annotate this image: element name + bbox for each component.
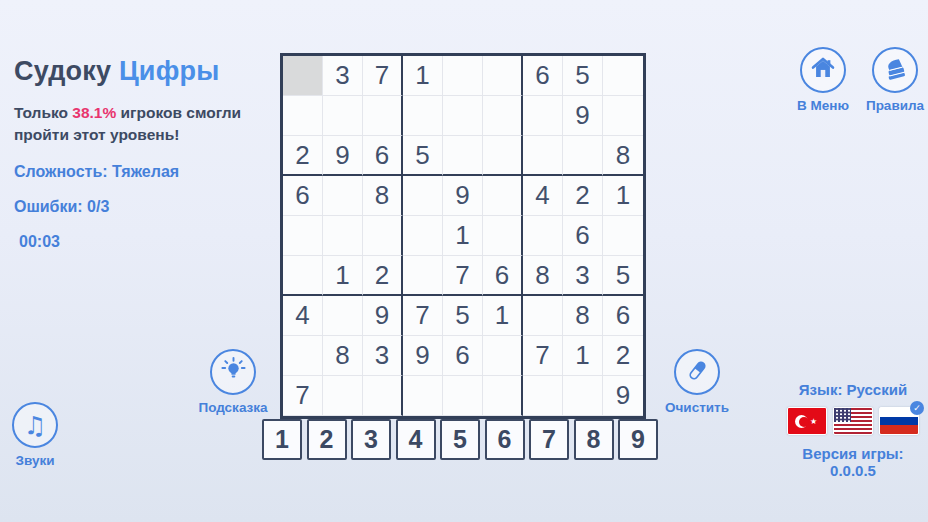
sudoku-cell-r1c5[interactable] <box>443 56 483 96</box>
star-shape: ★ <box>810 418 817 426</box>
title-main: Судоку <box>14 56 111 86</box>
sudoku-cell-r1c2[interactable]: 3 <box>323 56 363 96</box>
sudoku-cell-r5c8[interactable]: 6 <box>563 216 603 256</box>
sudoku-cell-r3c2[interactable]: 9 <box>323 136 363 176</box>
sudoku-cell-r7c4[interactable]: 7 <box>403 296 443 336</box>
sudoku-cell-r7c1[interactable]: 4 <box>283 296 323 336</box>
sudoku-cell-r7c8[interactable]: 8 <box>563 296 603 336</box>
sudoku-cell-r9c5[interactable] <box>443 376 483 416</box>
home-icon <box>810 55 836 85</box>
sounds-button-group: ♫ Звуки <box>0 402 70 468</box>
sudoku-cell-r1c6[interactable] <box>483 56 523 96</box>
clear-button[interactable] <box>674 349 720 395</box>
sudoku-cell-r1c9[interactable] <box>603 56 643 96</box>
numpad-button-1[interactable]: 1 <box>262 419 302 460</box>
hint-button[interactable] <box>210 349 256 395</box>
sudoku-cell-r2c8[interactable]: 9 <box>563 96 603 136</box>
sounds-button[interactable]: ♫ <box>12 402 58 448</box>
sudoku-cell-r7c2[interactable] <box>323 296 363 336</box>
sudoku-cell-r3c7[interactable] <box>523 136 563 176</box>
sudoku-cell-r3c1[interactable]: 2 <box>283 136 323 176</box>
sudoku-cell-r6c7[interactable]: 8 <box>523 256 563 296</box>
sudoku-cell-r2c4[interactable] <box>403 96 443 136</box>
sudoku-cell-r5c5[interactable]: 1 <box>443 216 483 256</box>
sudoku-cell-r8c7[interactable]: 7 <box>523 336 563 376</box>
sudoku-cell-r4c5[interactable]: 9 <box>443 176 483 216</box>
sudoku-cell-r4c7[interactable]: 4 <box>523 176 563 216</box>
sudoku-cell-r7c6[interactable]: 1 <box>483 296 523 336</box>
turkey-flag[interactable]: ★ <box>787 407 827 435</box>
sudoku-cell-r9c1[interactable]: 7 <box>283 376 323 416</box>
sudoku-cell-r6c3[interactable]: 2 <box>363 256 403 296</box>
numpad-button-8[interactable]: 8 <box>574 419 614 460</box>
sudoku-cell-r1c3[interactable]: 7 <box>363 56 403 96</box>
sudoku-cell-r4c8[interactable]: 2 <box>563 176 603 216</box>
level-stats-text: Только 38.1% игроков смогли пройти этот … <box>14 102 272 146</box>
sudoku-cell-r9c7[interactable] <box>523 376 563 416</box>
sudoku-cell-r8c8[interactable]: 1 <box>563 336 603 376</box>
sudoku-cell-r3c9[interactable]: 8 <box>603 136 643 176</box>
sudoku-cell-r9c6[interactable] <box>483 376 523 416</box>
sounds-button-label: Звуки <box>16 453 55 468</box>
page-title: Судоку Цифры <box>14 56 272 87</box>
rules-button-group: Правила <box>860 47 928 113</box>
numpad-button-4[interactable]: 4 <box>396 419 436 460</box>
sudoku-cell-r5c3[interactable] <box>363 216 403 256</box>
sudoku-cell-r8c1[interactable] <box>283 336 323 376</box>
title-accent: Цифры <box>119 56 220 86</box>
crescent-cutout <box>799 417 809 427</box>
numpad-button-3[interactable]: 3 <box>351 419 391 460</box>
hint-button-group: Подсказка <box>198 349 268 415</box>
sudoku-cell-r9c3[interactable] <box>363 376 403 416</box>
timer: 00:03 <box>14 233 272 251</box>
numpad-button-5[interactable]: 5 <box>440 419 480 460</box>
sudoku-cell-r4c3[interactable]: 8 <box>363 176 403 216</box>
eraser-icon <box>684 357 711 388</box>
sudoku-cell-r8c6[interactable] <box>483 336 523 376</box>
sudoku-cell-r8c5[interactable]: 6 <box>443 336 483 376</box>
sudoku-cell-r6c9[interactable]: 5 <box>603 256 643 296</box>
sudoku-cell-r2c3[interactable] <box>363 96 403 136</box>
stats-text-lead: Только <box>14 104 72 121</box>
sudoku-cell-r1c8[interactable]: 5 <box>563 56 603 96</box>
sudoku-cell-r1c1[interactable] <box>283 56 323 96</box>
sudoku-cell-r6c5[interactable]: 7 <box>443 256 483 296</box>
russia-flag[interactable]: ✓ <box>879 407 919 435</box>
menu-button-group: В Меню <box>788 47 858 113</box>
usa-canton <box>834 408 851 422</box>
sudoku-cell-r2c7[interactable] <box>523 96 563 136</box>
usa-flag[interactable] <box>833 407 873 435</box>
sudoku-cell-r9c9[interactable]: 9 <box>603 376 643 416</box>
sudoku-app: Судоку Цифры Только 38.1% игроков смогли… <box>0 0 928 522</box>
sudoku-cell-r8c4[interactable]: 9 <box>403 336 443 376</box>
sudoku-cell-r3c8[interactable] <box>563 136 603 176</box>
clear-button-label: Очистить <box>665 400 729 415</box>
sudoku-cell-r3c3[interactable]: 6 <box>363 136 403 176</box>
sudoku-cell-r5c4[interactable] <box>403 216 443 256</box>
sudoku-cell-r9c4[interactable] <box>403 376 443 416</box>
sudoku-cell-r4c6[interactable] <box>483 176 523 216</box>
sudoku-cell-r8c2[interactable]: 8 <box>323 336 363 376</box>
lightbulb-icon <box>219 356 248 389</box>
sudoku-cell-r6c4[interactable] <box>403 256 443 296</box>
stats-percentage: 38.1% <box>72 104 116 121</box>
rules-button-label: Правила <box>866 98 924 113</box>
sudoku-cell-r5c7[interactable] <box>523 216 563 256</box>
numpad-button-7[interactable]: 7 <box>529 419 569 460</box>
music-note-icon: ♫ <box>24 413 46 438</box>
rules-button[interactable] <box>872 47 918 93</box>
sudoku-cell-r2c6[interactable] <box>483 96 523 136</box>
sudoku-cell-r4c4[interactable] <box>403 176 443 216</box>
numpad-button-6[interactable]: 6 <box>485 419 525 460</box>
difficulty-label: Сложность: Тяжелая <box>14 163 272 181</box>
numpad-button-9[interactable]: 9 <box>618 419 658 460</box>
sudoku-cell-r2c5[interactable] <box>443 96 483 136</box>
sudoku-cell-r2c9[interactable] <box>603 96 643 136</box>
game-version: Версия игры: 0.0.0.5 <box>781 445 925 479</box>
sudoku-cell-r7c9[interactable]: 6 <box>603 296 643 336</box>
menu-button[interactable] <box>800 47 846 93</box>
sudoku-cell-r8c9[interactable]: 2 <box>603 336 643 376</box>
check-icon: ✓ <box>910 401 924 415</box>
flag-list: ★ ✓ <box>781 407 925 435</box>
books-icon <box>882 55 909 86</box>
sudoku-cell-r3c6[interactable] <box>483 136 523 176</box>
numpad-button-2[interactable]: 2 <box>307 419 347 460</box>
menu-button-label: В Меню <box>797 98 849 113</box>
sudoku-cell-r5c2[interactable] <box>323 216 363 256</box>
sudoku-cell-r3c5[interactable] <box>443 136 483 176</box>
hint-button-label: Подсказка <box>198 400 267 415</box>
sudoku-cell-r6c2[interactable]: 1 <box>323 256 363 296</box>
sudoku-cell-r4c2[interactable] <box>323 176 363 216</box>
sudoku-grid: 3716592965868942116127683549751868396712… <box>280 53 646 419</box>
language-section: Язык: Русский ★ ✓ Версия игры: 0.0.0.5 <box>781 381 925 479</box>
sudoku-cell-r5c6[interactable] <box>483 216 523 256</box>
sudoku-cell-r9c8[interactable] <box>563 376 603 416</box>
sudoku-cell-r7c7[interactable] <box>523 296 563 336</box>
numpad: 123456789 <box>262 419 658 460</box>
sudoku-cell-r4c1[interactable]: 6 <box>283 176 323 216</box>
sudoku-cell-r2c1[interactable] <box>283 96 323 136</box>
sudoku-cell-r4c9[interactable]: 1 <box>603 176 643 216</box>
sudoku-cell-r5c1[interactable] <box>283 216 323 256</box>
sudoku-cell-r9c2[interactable] <box>323 376 363 416</box>
sudoku-cell-r6c8[interactable]: 3 <box>563 256 603 296</box>
sudoku-cell-r1c7[interactable]: 6 <box>523 56 563 96</box>
clear-button-group: Очистить <box>662 349 732 415</box>
info-panel: Судоку Цифры Только 38.1% игроков смогли… <box>14 56 272 251</box>
mistakes-counter: Ошибки: 0/3 <box>14 198 272 216</box>
sudoku-cell-r7c3[interactable]: 9 <box>363 296 403 336</box>
sudoku-cell-r7c5[interactable]: 5 <box>443 296 483 336</box>
sudoku-cell-r6c1[interactable] <box>283 256 323 296</box>
language-label: Язык: Русский <box>781 381 925 398</box>
sudoku-cell-r5c9[interactable] <box>603 216 643 256</box>
sudoku-cell-r1c4[interactable]: 1 <box>403 56 443 96</box>
sudoku-cell-r2c2[interactable] <box>323 96 363 136</box>
sudoku-cell-r3c4[interactable]: 5 <box>403 136 443 176</box>
sudoku-cell-r6c6[interactable]: 6 <box>483 256 523 296</box>
sudoku-cell-r8c3[interactable]: 3 <box>363 336 403 376</box>
